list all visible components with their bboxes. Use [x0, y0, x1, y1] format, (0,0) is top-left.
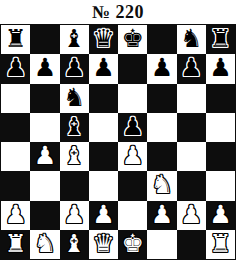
black-pawn: ♟: [34, 55, 56, 80]
square-g4[interactable]: [177, 142, 206, 171]
black-queen: ♛: [92, 26, 114, 51]
white-pawn: ♟: [4, 202, 26, 227]
black-pawn: ♟: [63, 55, 85, 80]
square-f5[interactable]: [147, 113, 176, 142]
square-h4[interactable]: [206, 142, 235, 171]
square-b1[interactable]: ♞: [30, 230, 59, 259]
square-c4[interactable]: ♝: [60, 142, 89, 171]
white-pawn: ♟: [92, 202, 114, 227]
square-a7[interactable]: ♟: [1, 54, 30, 83]
square-g3[interactable]: [177, 171, 206, 200]
black-pawn: ♟: [4, 55, 26, 80]
white-knight: ♞: [34, 231, 56, 256]
black-bishop: ♝: [63, 114, 85, 139]
white-pawn: ♟: [209, 202, 231, 227]
square-d5[interactable]: [89, 113, 118, 142]
square-c8[interactable]: ♝: [60, 25, 89, 54]
black-pawn: ♟: [121, 114, 143, 139]
square-a5[interactable]: [1, 113, 30, 142]
square-h6[interactable]: [206, 84, 235, 113]
square-d7[interactable]: ♟: [89, 54, 118, 83]
square-a2[interactable]: ♟: [1, 201, 30, 230]
square-e2[interactable]: [118, 201, 147, 230]
square-h2[interactable]: ♟: [206, 201, 235, 230]
square-g5[interactable]: [177, 113, 206, 142]
square-c7[interactable]: ♟: [60, 54, 89, 83]
square-g2[interactable]: ♟: [177, 201, 206, 230]
square-h8[interactable]: ♜: [206, 25, 235, 54]
white-pawn: ♟: [151, 202, 173, 227]
square-f1[interactable]: [147, 230, 176, 259]
black-pawn: ♟: [180, 55, 202, 80]
square-a3[interactable]: [1, 171, 30, 200]
square-e3[interactable]: [118, 171, 147, 200]
white-rook: ♜: [209, 231, 231, 256]
square-e5[interactable]: ♟: [118, 113, 147, 142]
black-rook: ♜: [209, 26, 231, 51]
square-h7[interactable]: ♟: [206, 54, 235, 83]
square-g8[interactable]: ♞: [177, 25, 206, 54]
square-d3[interactable]: [89, 171, 118, 200]
diagram-title: № 220: [0, 0, 236, 24]
white-bishop: ♝: [63, 143, 85, 168]
square-b2[interactable]: [30, 201, 59, 230]
white-pawn: ♟: [63, 202, 85, 227]
square-d2[interactable]: ♟: [89, 201, 118, 230]
white-king: ♚: [121, 231, 143, 256]
white-queen: ♛: [92, 231, 114, 256]
black-bishop: ♝: [63, 26, 85, 51]
square-c1[interactable]: ♝: [60, 230, 89, 259]
square-e1[interactable]: ♚: [118, 230, 147, 259]
white-pawn: ♟: [180, 202, 202, 227]
square-g6[interactable]: [177, 84, 206, 113]
square-b6[interactable]: [30, 84, 59, 113]
white-rook: ♜: [4, 231, 26, 256]
square-f2[interactable]: ♟: [147, 201, 176, 230]
square-e7[interactable]: [118, 54, 147, 83]
square-d1[interactable]: ♛: [89, 230, 118, 259]
white-pawn: ♟: [121, 143, 143, 168]
black-pawn: ♟: [151, 55, 173, 80]
white-knight: ♞: [151, 172, 173, 197]
square-a1[interactable]: ♜: [1, 230, 30, 259]
square-f3[interactable]: ♞: [147, 171, 176, 200]
square-d8[interactable]: ♛: [89, 25, 118, 54]
chess-diagram: № 220 ♜♝♛♚♞♜♟♟♟♟♟♟♟♞♝♟♟♝♟♞♟♟♟♟♟♟♜♞♝♛♚♜: [0, 0, 236, 260]
black-king: ♚: [121, 26, 143, 51]
black-pawn: ♟: [92, 55, 114, 80]
square-h5[interactable]: [206, 113, 235, 142]
square-d6[interactable]: [89, 84, 118, 113]
square-f4[interactable]: [147, 142, 176, 171]
square-b4[interactable]: ♟: [30, 142, 59, 171]
square-g7[interactable]: ♟: [177, 54, 206, 83]
black-rook: ♜: [4, 26, 26, 51]
black-knight: ♞: [63, 85, 85, 110]
square-b7[interactable]: ♟: [30, 54, 59, 83]
chess-board: ♜♝♛♚♞♜♟♟♟♟♟♟♟♞♝♟♟♝♟♞♟♟♟♟♟♟♜♞♝♛♚♜: [0, 24, 236, 260]
square-b8[interactable]: [30, 25, 59, 54]
square-e4[interactable]: ♟: [118, 142, 147, 171]
square-b5[interactable]: [30, 113, 59, 142]
white-pawn: ♟: [34, 143, 56, 168]
square-c3[interactable]: [60, 171, 89, 200]
square-f7[interactable]: ♟: [147, 54, 176, 83]
black-knight: ♞: [180, 26, 202, 51]
square-c2[interactable]: ♟: [60, 201, 89, 230]
square-g1[interactable]: [177, 230, 206, 259]
square-e6[interactable]: [118, 84, 147, 113]
square-f8[interactable]: [147, 25, 176, 54]
square-a6[interactable]: [1, 84, 30, 113]
square-c6[interactable]: ♞: [60, 84, 89, 113]
square-h1[interactable]: ♜: [206, 230, 235, 259]
square-d4[interactable]: [89, 142, 118, 171]
square-b3[interactable]: [30, 171, 59, 200]
square-f6[interactable]: [147, 84, 176, 113]
square-a8[interactable]: ♜: [1, 25, 30, 54]
square-a4[interactable]: [1, 142, 30, 171]
square-h3[interactable]: [206, 171, 235, 200]
square-e8[interactable]: ♚: [118, 25, 147, 54]
white-bishop: ♝: [63, 231, 85, 256]
square-c5[interactable]: ♝: [60, 113, 89, 142]
black-pawn: ♟: [209, 55, 231, 80]
